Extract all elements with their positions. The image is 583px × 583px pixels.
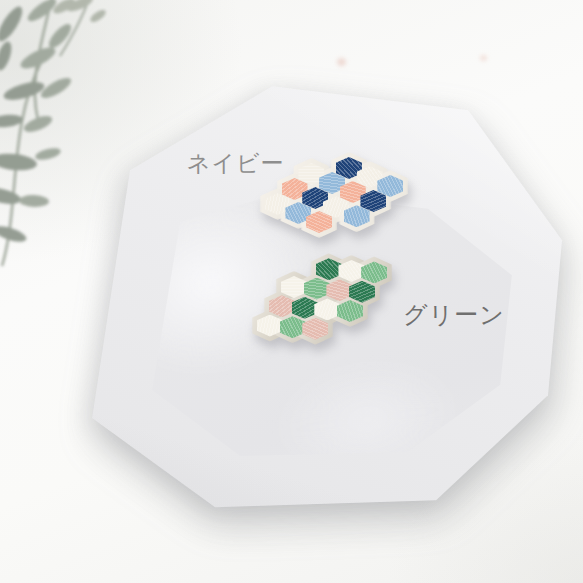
label-navy: ネイビー <box>187 148 285 179</box>
label-green: グリーン <box>403 299 505 331</box>
product-photo-scene: ネイビー グリーン <box>0 0 583 583</box>
